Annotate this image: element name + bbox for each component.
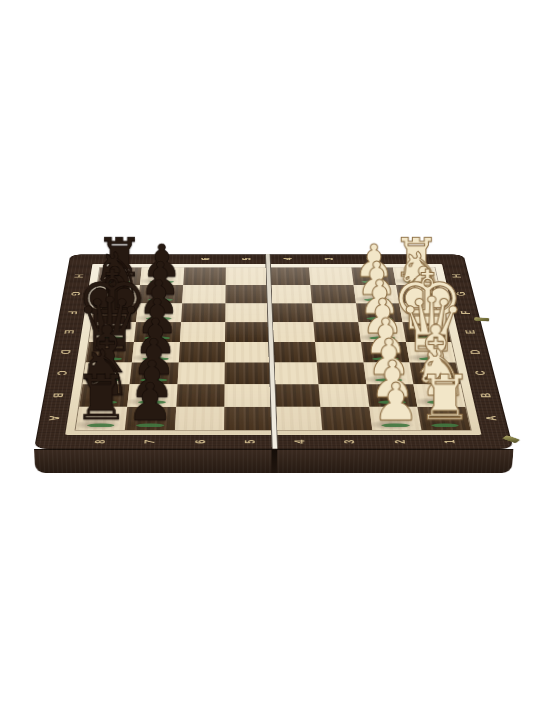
box-front-edge — [34, 449, 514, 473]
square-f6[interactable] — [181, 303, 226, 322]
square-a1[interactable]: ♜ — [417, 407, 470, 430]
square-e5[interactable] — [225, 322, 270, 342]
square-f3[interactable] — [312, 303, 358, 322]
square-a3[interactable] — [321, 407, 372, 430]
hinge-seam-front — [271, 450, 277, 473]
square-a4[interactable] — [272, 407, 322, 430]
square-c6[interactable] — [177, 363, 224, 385]
square-a2[interactable]: ♟ — [369, 407, 421, 430]
folding-chess-box: ♜♟♟♜♞♟♟♞♝♟♟♝♚♟♟♚♛♟♟♛♝♟♟♝♞♟♟♞♜♟♟♜ HGFEDCB… — [34, 254, 514, 449]
square-e6[interactable] — [180, 322, 225, 342]
square-f4[interactable] — [269, 303, 314, 322]
product-photo-background: ♜♟♟♜♞♟♟♞♝♟♟♝♚♟♟♚♛♟♟♛♝♟♟♝♞♟♟♞♜♟♟♜ HGFEDCB… — [0, 0, 540, 720]
square-a8[interactable]: ♜ — [76, 407, 128, 430]
square-a6[interactable] — [174, 407, 224, 430]
square-g4[interactable] — [268, 285, 312, 303]
board-perspective-wrapper: ♜♟♟♜♞♟♟♞♝♟♟♝♚♟♟♚♛♟♟♛♝♟♟♝♞♟♟♞♜♟♟♜ HGFEDCB… — [54, 126, 486, 558]
square-c5[interactable] — [224, 363, 271, 385]
square-a5[interactable] — [224, 407, 273, 430]
square-f5[interactable] — [225, 303, 269, 322]
piece-white-rook[interactable]: ♜ — [417, 368, 473, 427]
square-b4[interactable] — [271, 384, 320, 406]
square-b3[interactable] — [319, 384, 369, 406]
square-d3[interactable] — [315, 342, 363, 363]
square-d4[interactable] — [270, 342, 317, 363]
square-g5[interactable] — [225, 285, 268, 303]
piece-black-pawn[interactable]: ♟ — [127, 378, 174, 428]
square-a7[interactable]: ♟ — [125, 407, 176, 430]
square-g6[interactable] — [182, 285, 226, 303]
square-e4[interactable] — [269, 322, 315, 342]
square-h6[interactable] — [183, 267, 226, 285]
square-d6[interactable] — [178, 342, 224, 363]
piece-black-rook[interactable]: ♜ — [73, 368, 129, 427]
square-d5[interactable] — [225, 342, 271, 363]
square-b5[interactable] — [224, 384, 272, 406]
square-b6[interactable] — [176, 384, 225, 406]
square-e3[interactable] — [314, 322, 361, 342]
square-c3[interactable] — [317, 363, 366, 385]
square-g3[interactable] — [311, 285, 356, 303]
board-surface: ♜♟♟♜♞♟♟♞♝♟♟♝♚♟♟♚♛♟♟♛♝♟♟♝♞♟♟♞♜♟♟♜ HGFEDCB… — [34, 254, 514, 449]
square-h4[interactable] — [267, 267, 310, 285]
square-c4[interactable] — [271, 363, 319, 385]
piece-white-pawn[interactable]: ♟ — [373, 378, 420, 428]
square-h3[interactable] — [309, 267, 353, 285]
square-h5[interactable] — [225, 267, 268, 285]
